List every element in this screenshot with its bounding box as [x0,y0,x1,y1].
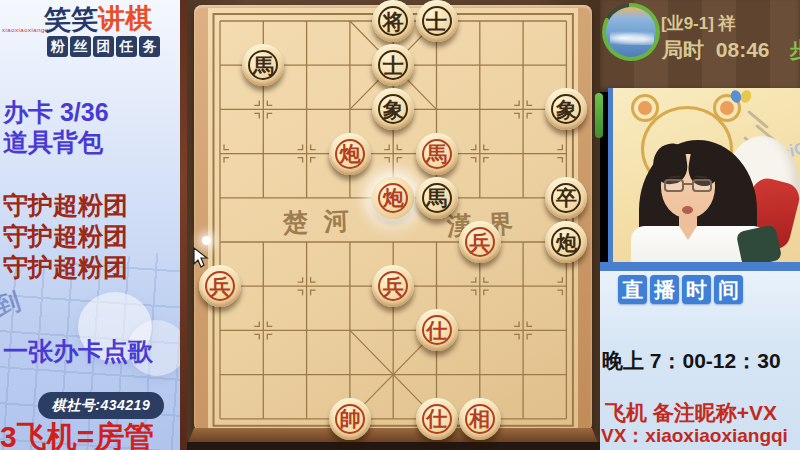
guard-line: 守护超粉团 [3,252,128,283]
piece-black-将[interactable]: 将 [372,0,414,42]
board-area: 楚河 漢界 将士馬士象象炮馬炮馬卒兵炮兵兵仕帥仕相 [187,0,600,450]
fan-badge-char[interactable]: 务 [139,36,160,57]
piece-red-帥[interactable]: 帥 [329,398,371,440]
glasses-right-lens [692,179,712,192]
live-time-header-char: 时 [682,275,711,304]
game-time-label: 局时 [662,38,704,61]
piece-character: 卒 [551,183,581,213]
piece-character: 馬 [422,183,452,213]
bear-ear-inner [638,101,652,115]
webcam-border [600,262,800,271]
chair-dark-patch [736,224,783,264]
mouse-cursor [193,247,209,269]
step-time-label: 步时 [789,38,800,61]
piece-character: 将 [378,6,408,36]
promo-label: 3飞机=房管 [0,417,154,450]
webcam-view: Disney [608,88,800,264]
guard-line: 守护超粉团 [3,221,128,252]
card-progress-label: 办卡 3/36 [3,96,109,129]
piece-red-馬[interactable]: 馬 [416,133,458,175]
fan-badge-char[interactable]: 丝 [70,36,91,57]
piece-red-仕[interactable]: 仕 [416,309,458,351]
song-request-label: 一张办卡点歌 [3,335,153,368]
opponent-avatar[interactable] [602,3,660,61]
fan-badge-char[interactable]: 粉 [47,36,68,57]
piece-red-炮[interactable]: 炮 [372,177,414,219]
piece-red-兵[interactable]: 兵 [199,265,241,307]
channel-title-part2: 讲棋 [98,3,153,34]
schedule-panel: 直播时间 晚上 7：00-12：30 飞机 备注昵称+VX VX：xiaoxia… [600,271,800,450]
piece-character: 馬 [248,50,278,80]
item-backpack-label: 道具背包 [3,126,103,159]
piece-character: 兵 [465,227,495,257]
left-sidebar: 到 xiaoxiaoxiangqi 笑笑讲棋 粉丝团任务 办卡 3/36 道具背… [0,0,180,450]
live-time-header-char: 播 [650,275,679,304]
opponent-panel: [业9-1] 祥 局时 08:46 步时 [600,0,800,92]
live-time-value: 晚上 7：00-12：30 [602,347,781,375]
piece-red-炮[interactable]: 炮 [329,133,371,175]
move-origin-dot [202,236,211,245]
piece-character: 兵 [205,271,235,301]
piece-character: 相 [465,404,495,434]
fan-club-task-button[interactable]: 粉丝团任务 [47,36,160,57]
piece-character: 仕 [422,315,452,345]
glasses-left-lens [664,179,684,192]
piece-red-仕[interactable]: 仕 [416,398,458,440]
piece-red-兵[interactable]: 兵 [459,221,501,263]
piece-red-相[interactable]: 相 [459,398,501,440]
piece-black-卒[interactable]: 卒 [545,177,587,219]
piece-character: 炮 [335,139,365,169]
piece-black-士[interactable]: 士 [416,0,458,42]
contact-line-2: VX：xiaoxiaoxiangqi [601,423,788,449]
live-time-header: 直播时间 [618,275,743,304]
guard-fan-club-list: 守护超粉团守护超粉团守护超粉团 [3,190,128,283]
chess-club-id-text: 棋社号:434219 [52,397,150,415]
channel-title-part1: 笑笑 [44,4,99,35]
fan-badge-char[interactable]: 团 [93,36,114,57]
piece-character: 兵 [378,271,408,301]
opponent-rank-name: [业9-1] 祥 [661,12,736,35]
piece-character: 士 [378,50,408,80]
chess-club-id-pill: 棋社号:434219 [38,392,164,419]
piece-character: 仕 [422,404,452,434]
sidebar-divider [180,0,187,450]
piece-character: 炮 [378,183,408,213]
guard-line: 守护超粉团 [3,190,128,221]
piece-character: 炮 [551,227,581,257]
green-indicator [595,93,603,138]
piece-character: 帥 [335,404,365,434]
streamer-mouth [682,206,693,214]
opponent-clocks: 局时 08:46 步时 [662,36,800,64]
fan-badge-char[interactable]: 任 [116,36,137,57]
piece-character: 象 [378,94,408,124]
piece-character: 馬 [422,139,452,169]
piece-character: 士 [422,6,452,36]
glasses-bridge [684,183,692,185]
river-label-left: 楚河 [282,204,365,240]
avatar-image [606,7,656,57]
game-time-value: 08:46 [716,38,770,61]
channel-title: 笑笑讲棋 [44,0,153,38]
piece-black-馬[interactable]: 馬 [416,177,458,219]
live-time-header-char: 间 [714,275,743,304]
live-time-header-char: 直 [618,275,647,304]
piece-character: 象 [551,94,581,124]
butterfly-drawing-icon [731,88,753,106]
